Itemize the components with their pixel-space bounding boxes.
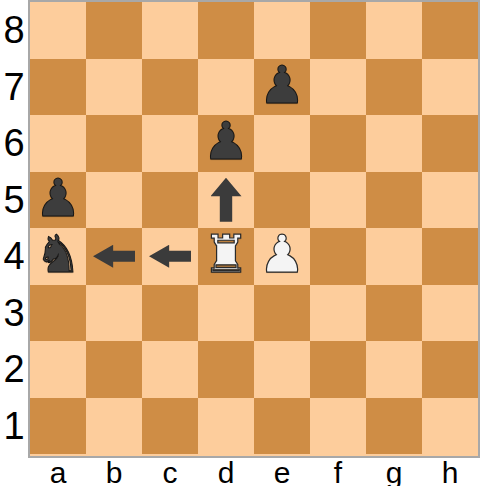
black-knight[interactable]: ♞	[35, 228, 82, 280]
file-label-c: c	[142, 458, 198, 486]
square-g6[interactable]	[366, 115, 422, 172]
white-rook[interactable]: ♜	[203, 228, 250, 280]
square-f3[interactable]	[310, 285, 366, 342]
square-f2[interactable]	[310, 341, 366, 398]
square-d1[interactable]	[198, 398, 254, 455]
square-b1[interactable]	[86, 398, 142, 455]
rank-label-1: 1	[0, 398, 28, 455]
square-d3[interactable]	[198, 285, 254, 342]
square-b6[interactable]	[86, 115, 142, 172]
square-e2[interactable]	[254, 341, 310, 398]
rank-label-5: 5	[0, 172, 28, 229]
square-e4[interactable]: ♟	[254, 228, 310, 285]
square-a2[interactable]	[30, 341, 86, 398]
chess-diagram: 87654321 ♟♟♟♞♜♟ abcdefgh	[0, 0, 480, 486]
rank-labels: 87654321	[0, 0, 28, 458]
square-e6[interactable]	[254, 115, 310, 172]
square-a3[interactable]	[30, 285, 86, 342]
rank-label-6: 6	[0, 115, 28, 172]
square-a6[interactable]	[30, 115, 86, 172]
square-a5[interactable]: ♟	[30, 172, 86, 229]
file-label-g: g	[366, 458, 422, 486]
square-d8[interactable]	[198, 2, 254, 59]
square-d7[interactable]	[198, 59, 254, 116]
square-h3[interactable]	[422, 285, 478, 342]
square-b2[interactable]	[86, 341, 142, 398]
black-pawn[interactable]: ♟	[203, 115, 250, 167]
square-c2[interactable]	[142, 341, 198, 398]
square-c5[interactable]	[142, 172, 198, 229]
black-pawn[interactable]: ♟	[259, 59, 306, 111]
square-g7[interactable]	[366, 59, 422, 116]
square-h5[interactable]	[422, 172, 478, 229]
square-d5[interactable]	[198, 172, 254, 229]
square-b7[interactable]	[86, 59, 142, 116]
square-b3[interactable]	[86, 285, 142, 342]
square-c1[interactable]	[142, 398, 198, 455]
square-a8[interactable]	[30, 2, 86, 59]
rank-label-8: 8	[0, 2, 28, 59]
square-f1[interactable]	[310, 398, 366, 455]
square-g2[interactable]	[366, 341, 422, 398]
square-a1[interactable]	[30, 398, 86, 455]
square-d4[interactable]: ♜	[198, 228, 254, 285]
square-f5[interactable]	[310, 172, 366, 229]
square-a7[interactable]	[30, 59, 86, 116]
square-f7[interactable]	[310, 59, 366, 116]
rank-label-3: 3	[0, 285, 28, 342]
square-a4[interactable]: ♞	[30, 228, 86, 285]
square-g1[interactable]	[366, 398, 422, 455]
square-c8[interactable]	[142, 2, 198, 59]
chess-board: ♟♟♟♞♜♟	[28, 0, 480, 458]
square-b5[interactable]	[86, 172, 142, 229]
black-pawn[interactable]: ♟	[35, 172, 82, 224]
square-e7[interactable]: ♟	[254, 59, 310, 116]
file-label-h: h	[422, 458, 478, 486]
file-label-a: a	[30, 458, 86, 486]
square-h1[interactable]	[422, 398, 478, 455]
square-d6[interactable]: ♟	[198, 115, 254, 172]
rank-label-7: 7	[0, 59, 28, 116]
square-g4[interactable]	[366, 228, 422, 285]
square-b4[interactable]	[86, 228, 142, 285]
square-g3[interactable]	[366, 285, 422, 342]
square-e1[interactable]	[254, 398, 310, 455]
square-h4[interactable]	[422, 228, 478, 285]
square-e8[interactable]	[254, 2, 310, 59]
corner-spacer	[0, 458, 28, 486]
square-f4[interactable]	[310, 228, 366, 285]
file-label-d: d	[198, 458, 254, 486]
square-g5[interactable]	[366, 172, 422, 229]
square-h6[interactable]	[422, 115, 478, 172]
square-f8[interactable]	[310, 2, 366, 59]
square-e3[interactable]	[254, 285, 310, 342]
arrow-up-icon	[211, 178, 242, 222]
arrow-left-icon	[93, 245, 135, 268]
square-h7[interactable]	[422, 59, 478, 116]
square-f6[interactable]	[310, 115, 366, 172]
square-h2[interactable]	[422, 341, 478, 398]
square-d2[interactable]	[198, 341, 254, 398]
square-c7[interactable]	[142, 59, 198, 116]
square-g8[interactable]	[366, 2, 422, 59]
file-label-e: e	[254, 458, 310, 486]
rank-label-4: 4	[0, 228, 28, 285]
square-b8[interactable]	[86, 2, 142, 59]
square-e5[interactable]	[254, 172, 310, 229]
square-c3[interactable]	[142, 285, 198, 342]
white-pawn[interactable]: ♟	[259, 228, 306, 280]
square-c6[interactable]	[142, 115, 198, 172]
rank-label-2: 2	[0, 341, 28, 398]
square-c4[interactable]	[142, 228, 198, 285]
square-h8[interactable]	[422, 2, 478, 59]
arrow-left-icon	[149, 245, 191, 268]
file-label-b: b	[86, 458, 142, 486]
file-labels: abcdefgh	[28, 458, 480, 486]
file-label-f: f	[310, 458, 366, 486]
